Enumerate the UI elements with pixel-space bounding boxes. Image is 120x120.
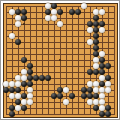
black-stone[interactable] bbox=[45, 75, 51, 81]
black-stone[interactable] bbox=[21, 105, 27, 111]
black-stone[interactable] bbox=[57, 9, 63, 15]
white-stone[interactable] bbox=[27, 99, 33, 105]
white-stone[interactable] bbox=[99, 9, 105, 15]
black-stone[interactable] bbox=[105, 63, 111, 69]
white-stone[interactable] bbox=[57, 21, 63, 27]
black-stone[interactable] bbox=[57, 93, 63, 99]
black-stone[interactable] bbox=[9, 111, 15, 117]
black-stone[interactable] bbox=[69, 93, 75, 99]
black-stone[interactable] bbox=[15, 39, 21, 45]
white-stone[interactable] bbox=[15, 21, 21, 27]
white-stone[interactable] bbox=[81, 3, 87, 9]
black-stone[interactable] bbox=[105, 111, 111, 117]
black-stone[interactable] bbox=[75, 9, 81, 15]
white-stone[interactable] bbox=[105, 87, 111, 93]
board-frame bbox=[0, 0, 120, 120]
star-point bbox=[59, 59, 61, 61]
star-point bbox=[23, 23, 25, 25]
white-stone[interactable] bbox=[99, 27, 105, 33]
white-stone[interactable] bbox=[9, 33, 15, 39]
white-stone[interactable] bbox=[51, 15, 57, 21]
black-stone[interactable] bbox=[21, 15, 27, 21]
black-stone[interactable] bbox=[21, 57, 27, 63]
white-stone[interactable] bbox=[63, 99, 69, 105]
go-board[interactable] bbox=[3, 3, 118, 118]
board-grid bbox=[6, 6, 115, 115]
white-stone[interactable] bbox=[63, 87, 69, 93]
